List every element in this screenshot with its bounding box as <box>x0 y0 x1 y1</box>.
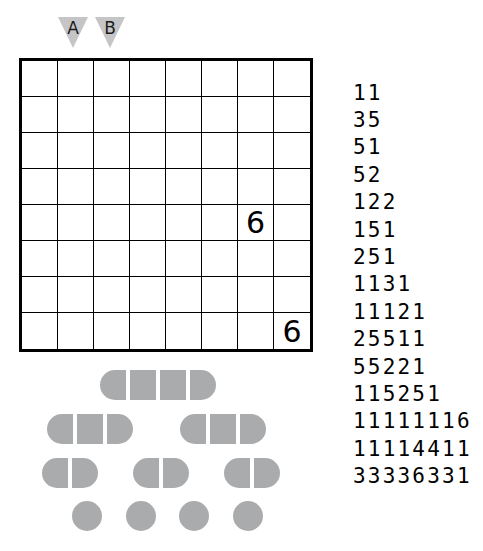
ship-segment-right-cap-icon <box>163 458 189 488</box>
grid-cell-r8c4[interactable] <box>130 313 166 349</box>
ship-segment-right-cap-icon <box>72 458 98 488</box>
marker-a-label: A <box>58 20 88 37</box>
grid-cell-r6c4[interactable] <box>130 241 166 277</box>
clue-number: 151 <box>353 216 472 243</box>
ship-segment-single-icon <box>126 501 156 531</box>
grid-cell-r2c5[interactable] <box>166 97 202 133</box>
clue-number: 11111116 <box>353 408 472 435</box>
grid-cell-r3c6[interactable] <box>202 133 238 169</box>
ship-length-1 <box>126 501 156 531</box>
grid-cell-r3c7[interactable] <box>238 133 274 169</box>
clue-number: 55221 <box>353 353 472 380</box>
ship-segment-single-icon <box>233 501 263 531</box>
grid-cell-r7c8[interactable] <box>274 277 310 313</box>
fleet-row-length-4 <box>100 370 216 400</box>
grid-cell-r4c7[interactable] <box>238 169 274 205</box>
ship-segment-left-cap-icon <box>180 414 206 444</box>
grid-cell-r8c1[interactable] <box>22 313 58 349</box>
grid-cell-r2c1[interactable] <box>22 97 58 133</box>
ship-segment-single-icon <box>179 501 209 531</box>
ship-length-2 <box>42 458 98 488</box>
grid-cell-r2c8[interactable] <box>274 97 310 133</box>
marker-b-triangle: B <box>95 17 125 48</box>
ship-segment-right-cap-icon <box>240 414 266 444</box>
grid-cell-r3c1[interactable] <box>22 133 58 169</box>
clue-number: 11114411 <box>353 435 472 462</box>
grid-cell-r6c1[interactable] <box>22 241 58 277</box>
ship-segment-left-cap-icon <box>47 414 73 444</box>
ship-segment-right-cap-icon <box>107 414 133 444</box>
ship-length-4 <box>100 370 216 400</box>
fleet-row-length-3 <box>47 414 266 444</box>
grid-cell-r1c6[interactable] <box>202 61 238 97</box>
clue-number: 115251 <box>353 380 472 407</box>
clue-list: 1135515212215125111311112125511552211152… <box>353 79 472 490</box>
clue-number: 251 <box>353 243 472 270</box>
grid-cell-r8c6[interactable] <box>202 313 238 349</box>
grid-cell-r5c4[interactable] <box>130 205 166 241</box>
grid-cell-r7c6[interactable] <box>202 277 238 313</box>
ship-length-1 <box>72 501 102 531</box>
grid-cell-r2c2[interactable] <box>58 97 94 133</box>
marker-b-label: B <box>95 20 125 37</box>
puzzle-grid: 66 <box>19 58 313 352</box>
grid-cell-r5c7: 6 <box>238 205 274 241</box>
grid-cell-r6c8[interactable] <box>274 241 310 277</box>
clue-number: 11121 <box>353 298 472 325</box>
grid-cell-r8c7[interactable] <box>238 313 274 349</box>
grid-cell-r8c3[interactable] <box>94 313 130 349</box>
ship-length-2 <box>224 458 280 488</box>
grid-cell-r2c3[interactable] <box>94 97 130 133</box>
grid-cell-r6c2[interactable] <box>58 241 94 277</box>
grid-cell-r4c5[interactable] <box>166 169 202 205</box>
ship-segment-middle-icon <box>130 370 156 400</box>
grid-cell-r5c3[interactable] <box>94 205 130 241</box>
clue-number: 1131 <box>353 271 472 298</box>
grid-cell-r5c1[interactable] <box>22 205 58 241</box>
fleet-row-length-2 <box>42 458 280 488</box>
grid-cell-r5c8[interactable] <box>274 205 310 241</box>
puzzle-page: A B 66 113551521221512511131111212551155… <box>0 0 483 551</box>
grid-cell-r6c6[interactable] <box>202 241 238 277</box>
grid-cell-r5c5[interactable] <box>166 205 202 241</box>
ship-segment-middle-icon <box>160 370 186 400</box>
ship-length-1 <box>233 501 263 531</box>
grid-cell-r6c7[interactable] <box>238 241 274 277</box>
grid-cell-r1c3[interactable] <box>94 61 130 97</box>
grid-cell-r1c7[interactable] <box>238 61 274 97</box>
grid-cell-r7c5[interactable] <box>166 277 202 313</box>
grid-cell-r1c5[interactable] <box>166 61 202 97</box>
grid-cell-r2c6[interactable] <box>202 97 238 133</box>
ship-segment-left-cap-icon <box>42 458 68 488</box>
grid-cell-r4c4[interactable] <box>130 169 166 205</box>
fleet-row-length-1 <box>72 501 263 531</box>
grid-cell-r4c2[interactable] <box>58 169 94 205</box>
ship-length-1 <box>179 501 209 531</box>
grid-cell-r7c4[interactable] <box>130 277 166 313</box>
grid-cell-r3c3[interactable] <box>94 133 130 169</box>
ship-segment-left-cap-icon <box>133 458 159 488</box>
grid-cell-r8c8: 6 <box>274 313 310 349</box>
ship-segment-left-cap-icon <box>100 370 126 400</box>
grid-cell-r5c6[interactable] <box>202 205 238 241</box>
grid-cell-r1c2[interactable] <box>58 61 94 97</box>
ship-length-2 <box>133 458 189 488</box>
ship-length-3 <box>180 414 266 444</box>
ship-segment-middle-icon <box>210 414 236 444</box>
grid-cell-r2c4[interactable] <box>130 97 166 133</box>
grid-cell-r5c2[interactable] <box>58 205 94 241</box>
grid-cell-r4c6[interactable] <box>202 169 238 205</box>
grid-cell-r7c2[interactable] <box>58 277 94 313</box>
grid-cell-r1c4[interactable] <box>130 61 166 97</box>
grid-cell-r3c2[interactable] <box>58 133 94 169</box>
clue-number: 33336331 <box>353 462 472 489</box>
ship-segment-single-icon <box>72 501 102 531</box>
clue-number: 25511 <box>353 326 472 353</box>
grid-cell-r4c1[interactable] <box>22 169 58 205</box>
grid-cell-r6c5[interactable] <box>166 241 202 277</box>
grid-cell-r6c3[interactable] <box>94 241 130 277</box>
grid-cell-r7c3[interactable] <box>94 277 130 313</box>
grid-cell-r4c3[interactable] <box>94 169 130 205</box>
clue-number: 52 <box>353 161 472 188</box>
grid-cell-r4c8[interactable] <box>274 169 310 205</box>
ship-segment-middle-icon <box>77 414 103 444</box>
clue-number: 122 <box>353 189 472 216</box>
grid-cell-r3c5[interactable] <box>166 133 202 169</box>
clue-number: 51 <box>353 134 472 161</box>
grid-cell-r8c5[interactable] <box>166 313 202 349</box>
grid-cell-r1c8[interactable] <box>274 61 310 97</box>
grid-cell-r3c8[interactable] <box>274 133 310 169</box>
clue-number: 11 <box>353 79 472 106</box>
grid-cell-r8c2[interactable] <box>58 313 94 349</box>
ship-length-3 <box>47 414 133 444</box>
grid-cell-r1c1[interactable] <box>22 61 58 97</box>
ship-segment-left-cap-icon <box>224 458 250 488</box>
grid-cell-r7c7[interactable] <box>238 277 274 313</box>
ship-segment-right-cap-icon <box>190 370 216 400</box>
clue-number: 35 <box>353 106 472 133</box>
ship-segment-right-cap-icon <box>254 458 280 488</box>
grid-cell-r3c4[interactable] <box>130 133 166 169</box>
grid-cell-r7c1[interactable] <box>22 277 58 313</box>
marker-a-triangle: A <box>58 17 88 48</box>
grid-cell-r2c7[interactable] <box>238 97 274 133</box>
